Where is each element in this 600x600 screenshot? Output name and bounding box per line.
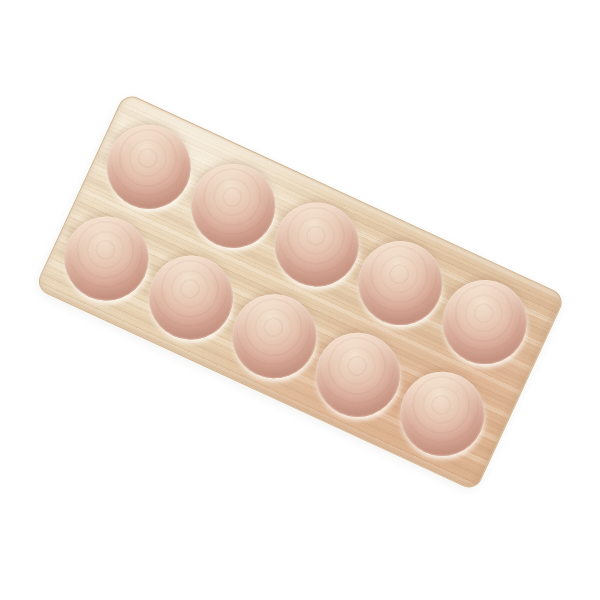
- pit-grid: [36, 93, 565, 490]
- photo-canvas: [0, 0, 600, 600]
- mancala-board: [34, 92, 566, 492]
